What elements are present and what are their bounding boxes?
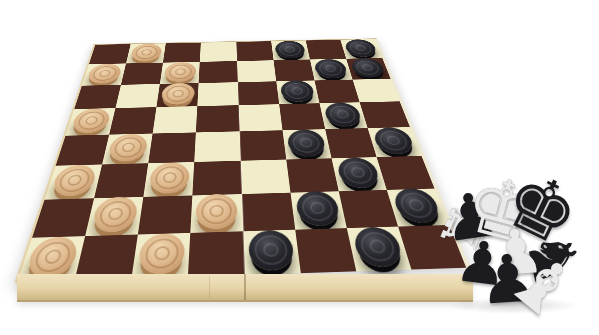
white-pawn-standing: ♟ [486, 220, 547, 287]
square-r3c6 [276, 80, 319, 104]
square-r7c3 [138, 195, 193, 235]
square-r3c2 [116, 84, 161, 109]
square-r5c3 [148, 132, 196, 163]
square-r8c8 [398, 225, 466, 269]
square-r1c1 [89, 44, 131, 64]
square-r6c6 [286, 158, 339, 192]
square-r2c1 [82, 63, 126, 85]
square-r7c6 [290, 191, 346, 230]
square-r8c4 [188, 231, 244, 276]
square-r5c4 [195, 131, 241, 161]
checkers-board [17, 30, 473, 275]
square-r1c2 [126, 43, 166, 63]
checker-light [161, 83, 196, 105]
square-r1c4 [200, 42, 237, 62]
chess-pile-shadow [448, 297, 580, 314]
square-r8c6 [295, 228, 356, 273]
checker-dark [371, 127, 416, 154]
square-r8c5 [243, 230, 301, 275]
square-r4c8 [360, 101, 410, 128]
square-r4c6 [279, 103, 325, 130]
black-knight-lying: ♞ [516, 224, 591, 293]
square-r4c2 [109, 107, 156, 134]
checker-light [24, 236, 81, 278]
square-r1c7 [306, 40, 346, 60]
checker-dark [294, 191, 341, 227]
checker-dark [274, 41, 306, 59]
checker-dark [323, 102, 363, 127]
board-surface [14, 38, 470, 282]
product-photo-scene: ♜♟♚♚♞♟♟♟♝ [0, 0, 599, 335]
square-r4c1 [66, 108, 116, 135]
square-r8c3 [132, 233, 191, 279]
square-r2c3 [160, 62, 200, 84]
square-r6c3 [144, 162, 195, 197]
square-r4c4 [196, 105, 239, 132]
white-bishop-lying: ♝ [495, 237, 591, 334]
board-front-edge [17, 274, 473, 302]
square-r3c1 [74, 85, 121, 110]
checker-dark [248, 230, 295, 271]
square-r3c4 [198, 82, 239, 106]
square-r6c2 [94, 163, 148, 198]
square-r5c1 [56, 135, 110, 166]
square-r1c3 [163, 43, 201, 63]
checker-light [196, 194, 239, 230]
checker-dark [343, 39, 378, 57]
square-r3c8 [352, 79, 399, 103]
checker-light [70, 108, 112, 133]
checker-light [107, 134, 149, 162]
square-r6c4 [193, 161, 242, 196]
checker-dark [335, 157, 381, 188]
square-r3c5 [237, 81, 278, 105]
checker-light [148, 162, 190, 194]
square-r7c4 [191, 194, 243, 233]
square-r7c5 [242, 192, 295, 231]
square-r1c6 [271, 41, 310, 61]
checker-light [86, 63, 123, 83]
checker-dark [313, 59, 349, 79]
checker-light [137, 233, 186, 275]
square-r1c5 [236, 41, 273, 61]
square-r2c4 [199, 61, 238, 83]
square-r7c1 [32, 198, 94, 238]
square-r6c5 [240, 159, 290, 193]
square-r4c5 [238, 104, 282, 131]
checker-light [50, 164, 98, 196]
square-r2c6 [273, 59, 314, 81]
square-r2c5 [237, 60, 276, 82]
square-r5c8 [368, 127, 422, 157]
wood-grain-line [209, 276, 210, 298]
square-r5c2 [102, 134, 153, 165]
checker-dark [279, 80, 315, 102]
square-r1c8 [340, 39, 382, 59]
board-fold-seam [244, 274, 246, 300]
square-r6c1 [45, 164, 103, 199]
checker-light [164, 62, 197, 82]
black-king-leaning: ♚ [492, 157, 592, 260]
checker-dark [349, 58, 386, 78]
checker-dark [351, 227, 405, 268]
square-r7c2 [85, 197, 143, 237]
square-r2c2 [121, 63, 163, 85]
checker-dark [391, 188, 444, 223]
checker-dark [286, 129, 327, 157]
square-r4c3 [153, 106, 198, 133]
square-r5c5 [239, 130, 286, 160]
square-r2c8 [346, 58, 390, 80]
square-r3c3 [157, 83, 199, 107]
square-r5c6 [282, 129, 331, 159]
checker-light [91, 197, 140, 233]
square-r7c8 [387, 188, 450, 227]
square-r6c8 [376, 156, 434, 190]
checker-light [130, 43, 163, 61]
